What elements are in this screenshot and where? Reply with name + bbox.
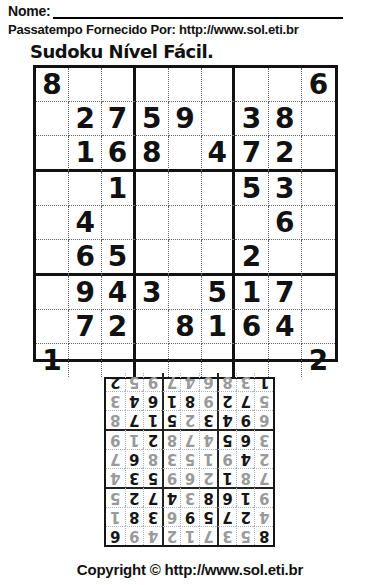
solution-cell-r8c5: 8	[180, 391, 199, 410]
solution-cell-r9c2: 3	[236, 373, 255, 391]
puzzle-cell-r5c1[interactable]	[36, 206, 69, 240]
solution-cell-r7c2: 9	[236, 410, 255, 429]
puzzle-cell-r4c7: 5	[235, 172, 268, 206]
solution-cell-r1c2: 5	[236, 526, 255, 545]
puzzle-cell-r3c9[interactable]	[302, 136, 335, 172]
solution-cell-r4c5: 6	[180, 468, 199, 487]
puzzle-cell-r2c8: 8	[269, 102, 302, 136]
puzzle-grid: 862759381684721534665294351772816412	[33, 65, 338, 362]
solution-cell-r1c9: 6	[106, 526, 125, 545]
solution-cell-r1c7: 4	[143, 526, 162, 545]
solution-cell-r6c1: 3	[254, 429, 273, 449]
solution-cell-r8c1: 5	[254, 391, 273, 410]
puzzle-cell-r6c9[interactable]	[302, 240, 335, 276]
solution-cell-r3c3: 6	[217, 487, 236, 507]
puzzle-cell-r4c5[interactable]	[169, 172, 202, 206]
puzzle-cell-r4c3: 1	[102, 172, 135, 206]
puzzle-cell-r8c7: 6	[235, 310, 268, 344]
puzzle-cell-r9c9: 2	[302, 344, 335, 377]
puzzle-cell-r1c8[interactable]	[269, 68, 302, 102]
solution-cell-r4c7: 5	[143, 468, 162, 487]
solution-cell-r9c6: 7	[162, 373, 181, 391]
puzzle-cell-r8c1[interactable]	[36, 310, 69, 344]
solution-cell-r4c1: 7	[254, 468, 273, 487]
puzzle-cell-r7c7: 1	[235, 276, 268, 310]
puzzle-cell-r5c7[interactable]	[235, 206, 268, 240]
puzzle-cell-r6c2: 6	[69, 240, 102, 276]
puzzle-cell-r8c6: 1	[202, 310, 235, 344]
page-title: Sudoku Nível Fácil.	[30, 41, 213, 62]
solution-cell-r9c5: 4	[180, 373, 199, 391]
solution-cell-r5c2: 4	[236, 449, 255, 468]
provided-by-text: Passatempo Fornecido Por: http://www.sol…	[8, 22, 376, 37]
puzzle-cell-r7c3: 4	[102, 276, 135, 310]
solution-cell-r8c9: 3	[106, 391, 125, 410]
solution-cell-r8c4: 9	[199, 391, 218, 410]
puzzle-cell-r5c3[interactable]	[102, 206, 135, 240]
puzzle-cell-r7c5[interactable]	[169, 276, 202, 310]
puzzle-cell-r7c4: 3	[136, 276, 169, 310]
solution-cell-r4c3: 1	[217, 468, 236, 487]
puzzle-cell-r7c6: 5	[202, 276, 235, 310]
solution-cell-r8c7: 6	[143, 391, 162, 410]
solution-cell-r7c6: 5	[162, 410, 181, 429]
puzzle-cell-r8c3: 2	[102, 310, 135, 344]
solution-grid-rotated: 8537124964275963819168347257812695342491…	[104, 377, 275, 547]
puzzle-cell-r7c8: 7	[269, 276, 302, 310]
puzzle-cell-r1c3[interactable]	[102, 68, 135, 102]
solution-cell-r5c1: 2	[254, 449, 273, 468]
puzzle-cell-r1c4[interactable]	[136, 68, 169, 102]
solution-cell-r1c6: 2	[162, 526, 181, 545]
puzzle-cell-r4c9[interactable]	[302, 172, 335, 206]
puzzle-cell-r4c1[interactable]	[36, 172, 69, 206]
puzzle-cell-r3c7: 7	[235, 136, 268, 172]
puzzle-cell-r2c9[interactable]	[302, 102, 335, 136]
puzzle-cell-r8c5: 8	[169, 310, 202, 344]
solution-cell-r5c6: 3	[162, 449, 181, 468]
puzzle-cell-r7c1[interactable]	[36, 276, 69, 310]
solution-cell-r2c9: 1	[106, 507, 125, 526]
solution-cell-r2c5: 9	[180, 507, 199, 526]
solution-cell-r2c6: 6	[162, 507, 181, 526]
solution-cell-r5c9: 7	[106, 449, 125, 468]
name-blank-line	[53, 3, 343, 19]
solution-cell-r9c3: 8	[217, 373, 236, 391]
puzzle-cell-r7c9[interactable]	[302, 276, 335, 310]
puzzle-cell-r5c2: 4	[69, 206, 102, 240]
solution-cell-r5c8: 6	[125, 449, 144, 468]
puzzle-cell-r1c9: 6	[302, 68, 335, 102]
solution-cell-r6c7: 2	[143, 429, 162, 449]
name-row: Nome:	[8, 3, 343, 19]
puzzle-cell-r8c4[interactable]	[136, 310, 169, 344]
puzzle-cell-r3c1[interactable]	[36, 136, 69, 172]
puzzle-cell-r6c6[interactable]	[202, 240, 235, 276]
solution-cell-r3c6: 4	[162, 487, 181, 507]
puzzle-cell-r7c2: 9	[69, 276, 102, 310]
solution-cell-r9c9: 2	[106, 373, 125, 391]
puzzle-cell-r5c6[interactable]	[202, 206, 235, 240]
solution-cell-r7c1: 6	[254, 410, 273, 429]
solution-cell-r9c7: 9	[143, 373, 162, 391]
solution-cell-r8c8: 4	[125, 391, 144, 410]
puzzle-cell-r6c8[interactable]	[269, 240, 302, 276]
puzzle-cell-r1c1: 8	[36, 68, 69, 102]
puzzle-cell-r2c6[interactable]	[202, 102, 235, 136]
solution-cell-r3c1: 9	[254, 487, 273, 507]
puzzle-cell-r3c3: 6	[102, 136, 135, 172]
solution-cell-r8c2: 7	[236, 391, 255, 410]
puzzle-cell-r2c3: 7	[102, 102, 135, 136]
solution-cell-r5c3: 9	[217, 449, 236, 468]
puzzle-cell-r8c2: 7	[69, 310, 102, 344]
solution-cell-r7c3: 4	[217, 410, 236, 429]
puzzle-cell-r6c5[interactable]	[169, 240, 202, 276]
solution-cell-r1c4: 7	[199, 526, 218, 545]
solution-cell-r6c4: 4	[199, 429, 218, 449]
solution-cell-r1c8: 9	[125, 526, 144, 545]
solution-cell-r3c7: 7	[143, 487, 162, 507]
solution-cell-r2c1: 4	[254, 507, 273, 526]
solution-cell-r6c6: 8	[162, 429, 181, 449]
puzzle-cell-r3c4: 8	[136, 136, 169, 172]
solution-cell-r3c4: 8	[199, 487, 218, 507]
puzzle-cell-r3c6: 4	[202, 136, 235, 172]
solution-cell-r8c6: 1	[162, 391, 181, 410]
copyright-text: Copyright © http://www.sol.eti.br	[0, 561, 380, 578]
solution-cell-r5c5: 5	[180, 449, 199, 468]
puzzle-cell-r6c7: 2	[235, 240, 268, 276]
puzzle-cell-r3c8: 2	[269, 136, 302, 172]
puzzle-cell-r1c6[interactable]	[202, 68, 235, 102]
solution-cell-r6c9: 9	[106, 429, 125, 449]
puzzle-cell-r9c8[interactable]	[269, 344, 302, 377]
solution-cell-r2c4: 5	[199, 507, 218, 526]
puzzle-cell-r1c5[interactable]	[169, 68, 202, 102]
solution-cell-r6c5: 7	[180, 429, 199, 449]
name-label: Nome:	[8, 3, 51, 19]
puzzle-cell-r2c4: 5	[136, 102, 169, 136]
solution-cell-r3c9: 5	[106, 487, 125, 507]
solution-cell-r7c7: 1	[143, 410, 162, 429]
solution-cell-r5c7: 8	[143, 449, 162, 468]
puzzle-cell-r6c1[interactable]	[36, 240, 69, 276]
solution-cell-r9c4: 6	[199, 373, 218, 391]
puzzle-cell-r3c2: 1	[69, 136, 102, 172]
puzzle-cell-r8c9[interactable]	[302, 310, 335, 344]
solution-cell-r4c2: 8	[236, 468, 255, 487]
puzzle-cell-r5c4[interactable]	[136, 206, 169, 240]
solution-cell-r7c8: 7	[125, 410, 144, 429]
solution-cell-r3c8: 2	[125, 487, 144, 507]
solution-cell-r7c9: 8	[106, 410, 125, 429]
solution-cell-r1c1: 8	[254, 526, 273, 545]
solution-cell-r6c8: 1	[125, 429, 144, 449]
solution-cell-r9c1: 1	[254, 373, 273, 391]
solution-cell-r9c8: 5	[125, 373, 144, 391]
puzzle-cell-r2c1[interactable]	[36, 102, 69, 136]
solution-cell-r3c2: 1	[236, 487, 255, 507]
puzzle-cell-r2c7: 3	[235, 102, 268, 136]
solution-cell-r4c8: 3	[125, 468, 144, 487]
puzzle-cell-r4c2[interactable]	[69, 172, 102, 206]
solution-cell-r7c5: 2	[180, 410, 199, 429]
puzzle-cell-r2c5: 9	[169, 102, 202, 136]
puzzle-cell-r9c1: 1	[36, 344, 69, 377]
puzzle-cell-r5c8: 6	[269, 206, 302, 240]
puzzle-cell-r6c3: 5	[102, 240, 135, 276]
puzzle-cell-r9c2[interactable]	[69, 344, 102, 377]
solution-cell-r2c3: 7	[217, 507, 236, 526]
puzzle-cell-r5c5[interactable]	[169, 206, 202, 240]
puzzle-cell-r8c8: 4	[269, 310, 302, 344]
solution-cell-r2c8: 8	[125, 507, 144, 526]
solution-cell-r6c3: 5	[217, 429, 236, 449]
solution-cell-r7c4: 3	[199, 410, 218, 429]
puzzle-cell-r4c6[interactable]	[202, 172, 235, 206]
solution-cell-r2c2: 2	[236, 507, 255, 526]
puzzle-cell-r1c7[interactable]	[235, 68, 268, 102]
puzzle-cell-r5c9[interactable]	[302, 206, 335, 240]
solution-cell-r4c6: 9	[162, 468, 181, 487]
puzzle-cell-r3c5[interactable]	[169, 136, 202, 172]
solution-cell-r4c9: 4	[106, 468, 125, 487]
solution-cell-r2c7: 3	[143, 507, 162, 526]
solution-cell-r1c5: 1	[180, 526, 199, 545]
puzzle-cell-r4c4[interactable]	[136, 172, 169, 206]
solution-cell-r8c3: 2	[217, 391, 236, 410]
solution-cell-r5c4: 1	[199, 449, 218, 468]
solution-cell-r3c5: 3	[180, 487, 199, 507]
puzzle-cell-r6c4[interactable]	[136, 240, 169, 276]
solution-cell-r4c4: 2	[199, 468, 218, 487]
puzzle-cell-r1c2[interactable]	[69, 68, 102, 102]
solution-cell-r6c2: 6	[236, 429, 255, 449]
puzzle-cell-r2c2: 2	[69, 102, 102, 136]
solution-cell-r1c3: 3	[217, 526, 236, 545]
puzzle-cell-r4c8: 3	[269, 172, 302, 206]
